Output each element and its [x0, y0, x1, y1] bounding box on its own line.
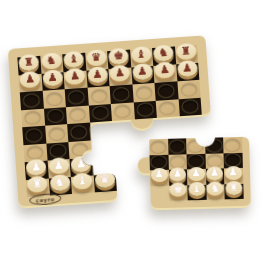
square-g5	[156, 99, 180, 118]
white-bishop-stamp-icon: ♝	[77, 175, 88, 187]
white-knight-stamp-icon: ♞	[55, 177, 66, 189]
piece-recess	[181, 99, 199, 114]
piece-recess	[135, 85, 153, 100]
square-g6	[154, 81, 178, 100]
piece-recess	[69, 107, 87, 122]
black-pawn-disc: ♟	[154, 62, 175, 79]
square-e4	[168, 138, 187, 154]
square-a6	[20, 91, 44, 110]
square-c6	[65, 88, 89, 107]
black-pawn-stamp-icon: ♟	[160, 64, 171, 76]
square-f7: ♟	[131, 65, 155, 84]
black-queen-stamp-icon: ♛	[91, 51, 102, 63]
piece-recess	[168, 139, 185, 153]
square-b7: ♟	[41, 72, 65, 91]
black-pawn-disc: ♟	[65, 68, 86, 85]
white-pawn-stamp-icon: ♟	[192, 168, 201, 178]
piece-recess	[91, 105, 109, 120]
piece-recess	[71, 142, 89, 157]
square-b5	[43, 107, 67, 126]
black-bishop-stamp-icon: ♝	[136, 48, 147, 60]
square-g7: ♟	[153, 64, 177, 83]
square-d6	[87, 86, 111, 105]
black-pawn-stamp-icon: ♟	[47, 72, 58, 84]
black-pawn-disc: ♟	[177, 60, 198, 77]
square-d5	[88, 104, 112, 123]
square-a5	[21, 108, 45, 127]
black-knight-stamp-icon: ♞	[46, 55, 57, 67]
white-pawn-disc: ♟	[151, 168, 168, 182]
black-rook-stamp-icon: ♜	[24, 56, 35, 68]
square-e1: ♚	[169, 185, 188, 201]
white-knight-stamp-icon: ♞	[211, 183, 220, 193]
square-d2: ♟	[150, 170, 169, 186]
piece-recess	[114, 104, 132, 119]
black-rook-stamp-icon: ♜	[181, 45, 192, 57]
square-a7: ♟	[19, 73, 43, 92]
square-b6	[42, 89, 66, 108]
square-c7: ♟	[63, 70, 87, 89]
piece-recess	[46, 109, 64, 124]
white-pawn-disc: ♟	[71, 155, 92, 172]
black-king-disc: ♚	[108, 47, 129, 64]
white-pawn-stamp-icon: ♟	[229, 167, 238, 177]
square-f6	[132, 83, 156, 102]
white-pawn-stamp-icon: ♟	[53, 159, 64, 171]
piece-recess	[23, 93, 41, 108]
white-bishop-disc: ♝	[188, 182, 205, 196]
white-queen-disc: ♛	[94, 171, 115, 188]
piece-recess	[224, 138, 241, 152]
black-pawn-stamp-icon: ♟	[25, 74, 36, 86]
white-pawn-stamp-icon: ♟	[173, 169, 182, 179]
piece-recess	[180, 82, 198, 97]
black-pawn-disc: ♟	[42, 70, 63, 87]
square-f1: ♝	[187, 184, 206, 200]
white-pawn-disc: ♟	[26, 158, 47, 175]
square-f5	[133, 100, 157, 119]
white-rook-disc: ♜	[27, 176, 48, 193]
piece-recess	[90, 88, 108, 103]
white-pawn-disc: ♟	[206, 166, 223, 180]
square-g4	[205, 137, 224, 153]
white-rook-stamp-icon: ♜	[32, 178, 43, 190]
white-pawn-stamp-icon: ♟	[210, 168, 219, 178]
black-king-stamp-icon: ♚	[113, 50, 124, 62]
piece-recess	[112, 86, 130, 101]
white-bishop-disc: ♝	[72, 173, 93, 190]
piece-recess	[187, 139, 204, 153]
black-bishop-stamp-icon: ♝	[69, 53, 80, 65]
piece-recess	[159, 101, 177, 116]
square-c4	[67, 123, 91, 142]
black-pawn-disc: ♟	[132, 63, 153, 80]
white-pawn-disc: ♟	[169, 167, 186, 181]
square-h6	[177, 80, 201, 99]
black-bishop-disc: ♝	[131, 46, 152, 63]
square-d7: ♟	[86, 69, 110, 88]
black-pawn-stamp-icon: ♟	[115, 67, 126, 79]
white-pawn-stamp-icon: ♟	[76, 158, 87, 170]
black-rook-disc: ♜	[176, 43, 197, 60]
square-a4	[22, 126, 46, 145]
black-pawn-disc: ♟	[20, 71, 41, 88]
square-e7: ♟	[108, 67, 132, 86]
black-knight-disc: ♞	[153, 44, 174, 61]
square-f4	[186, 138, 205, 154]
white-rook-disc: ♜	[225, 181, 242, 195]
piece-recess	[49, 144, 67, 159]
black-knight-stamp-icon: ♞	[158, 47, 169, 59]
square-c5	[66, 105, 90, 124]
square-e6	[110, 85, 134, 104]
white-king-disc: ♚	[170, 183, 187, 197]
black-pawn-disc: ♟	[109, 65, 130, 82]
square-b1: ♞	[48, 177, 72, 196]
piece-recess	[136, 102, 154, 117]
white-pawn-disc: ♟	[225, 166, 242, 180]
white-knight-disc: ♞	[49, 174, 70, 191]
piece-recess	[45, 91, 63, 106]
white-pawn-disc: ♟	[48, 157, 69, 174]
white-queen-stamp-icon: ♛	[99, 174, 110, 186]
board-part-small-surface: ♟♟♟♟♟♚♝♞♜	[149, 137, 251, 209]
piece-recess	[24, 110, 42, 125]
piece-recess	[205, 138, 222, 152]
black-knight-disc: ♞	[41, 52, 62, 69]
white-king-stamp-icon: ♚	[174, 184, 183, 194]
black-pawn-disc: ♟	[87, 66, 108, 83]
black-pawn-stamp-icon: ♟	[70, 70, 81, 82]
black-pawn-stamp-icon: ♟	[137, 66, 148, 78]
piece-recess	[68, 90, 86, 105]
square-d1: ♛	[93, 173, 117, 192]
piece-recess	[25, 128, 43, 143]
square-h7: ♟	[176, 62, 200, 81]
white-pawn-stamp-icon: ♟	[31, 161, 42, 173]
black-pawn-stamp-icon: ♟	[182, 63, 193, 75]
square-h4	[223, 137, 242, 153]
square-e5	[111, 102, 135, 121]
black-bishop-disc: ♝	[63, 51, 84, 68]
square-g1: ♞	[206, 184, 225, 200]
black-pawn-stamp-icon: ♟	[92, 69, 103, 81]
board-part-small: ♟♟♟♟♟♚♝♞♜	[149, 137, 251, 209]
piece-recess	[26, 145, 44, 160]
piece-recess	[157, 83, 175, 98]
square-d4	[149, 139, 168, 155]
white-knight-disc: ♞	[207, 182, 224, 196]
white-bishop-stamp-icon: ♝	[192, 184, 201, 194]
piece-recess	[70, 125, 88, 140]
black-rook-disc: ♜	[18, 54, 39, 71]
white-rook-stamp-icon: ♜	[229, 183, 238, 193]
piece-recess	[150, 140, 167, 154]
square-h5	[178, 97, 202, 116]
square-h1: ♜	[224, 183, 243, 199]
white-pawn-stamp-icon: ♟	[155, 169, 164, 179]
white-pawn-disc: ♟	[188, 167, 205, 181]
product-photo: { "game": "chess", "product": "Cayro woo…	[0, 0, 265, 265]
square-b4	[45, 124, 69, 143]
piece-recess	[48, 126, 66, 141]
black-queen-disc: ♛	[86, 49, 107, 66]
square-c1: ♝	[71, 175, 95, 194]
